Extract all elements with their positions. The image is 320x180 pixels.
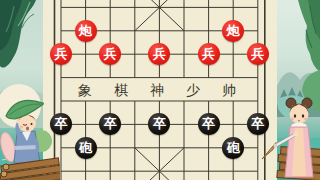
xiangqi-thumbnail: 象 棋 神 少 帅 炮炮兵兵兵兵兵卒卒卒卒卒砲砲: [0, 0, 320, 180]
piece-red-cannon[interactable]: 炮: [222, 20, 244, 42]
right-background: [277, 0, 320, 180]
xiangqi-board[interactable]: 象 棋 神 少 帅 炮炮兵兵兵兵兵卒卒卒卒卒砲砲: [43, 0, 277, 180]
piece-red-cannon[interactable]: 炮: [75, 20, 97, 42]
river-char: 帅: [222, 83, 236, 97]
left-background: [0, 0, 43, 180]
river-char: 象: [78, 83, 92, 97]
piece-red-soldier[interactable]: 兵: [247, 43, 269, 65]
piece-red-soldier[interactable]: 兵: [198, 43, 220, 65]
river-char: 神: [150, 83, 164, 97]
river-char: 棋: [114, 83, 128, 97]
piece-black-soldier[interactable]: 卒: [198, 113, 220, 135]
piece-black-cannon[interactable]: 砲: [75, 137, 97, 159]
river-char: 少: [186, 83, 200, 97]
piece-black-cannon[interactable]: 砲: [222, 137, 244, 159]
river-title: 象 棋 神 少 帅: [78, 82, 236, 98]
